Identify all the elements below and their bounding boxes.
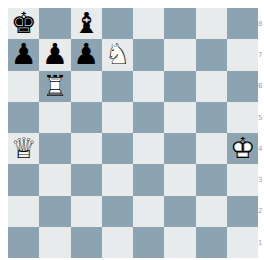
piece-black-P: ♟ [8, 39, 39, 70]
square-c2[interactable] [71, 196, 102, 227]
rank-label-6: 6 [258, 71, 264, 102]
square-c6[interactable] [71, 71, 102, 102]
square-c3[interactable] [71, 164, 102, 195]
square-d4[interactable] [102, 133, 133, 164]
square-g7[interactable] [196, 39, 227, 70]
piece-white-R: ♖ [39, 71, 70, 102]
square-a5[interactable] [8, 102, 39, 133]
square-b8[interactable] [39, 8, 70, 39]
square-f3[interactable] [164, 164, 195, 195]
square-f6[interactable] [164, 71, 195, 102]
square-c5[interactable] [71, 102, 102, 133]
square-a1[interactable] [8, 227, 39, 258]
rank-label-5: 5 [258, 102, 264, 133]
square-b5[interactable] [39, 102, 70, 133]
square-b4[interactable] [39, 133, 70, 164]
square-f2[interactable] [164, 196, 195, 227]
square-g5[interactable] [196, 102, 227, 133]
square-e8[interactable] [133, 8, 164, 39]
chessboard: ♚♝♟♟♟♞♘♜♖♛♕♚♔ [8, 8, 258, 258]
rank-labels: 87654321 [258, 8, 264, 258]
square-d5[interactable] [102, 102, 133, 133]
square-c1[interactable] [71, 227, 102, 258]
rank-label-1: 1 [258, 227, 264, 258]
square-g1[interactable] [196, 227, 227, 258]
rank-label-7: 7 [258, 39, 264, 70]
square-f1[interactable] [164, 227, 195, 258]
square-a8[interactable]: ♚ [8, 8, 39, 39]
piece-black-P: ♟ [39, 39, 70, 70]
square-e2[interactable] [133, 196, 164, 227]
piece-black-P: ♟ [71, 39, 102, 70]
square-f4[interactable] [164, 133, 195, 164]
square-g6[interactable] [196, 71, 227, 102]
square-b1[interactable] [39, 227, 70, 258]
piece-black-B: ♝ [71, 8, 102, 39]
piece-white-Q-fill: ♛ [8, 133, 39, 164]
square-a4[interactable]: ♛♕ [8, 133, 39, 164]
square-f5[interactable] [164, 102, 195, 133]
square-g8[interactable] [196, 8, 227, 39]
square-h3[interactable] [227, 164, 258, 195]
square-d1[interactable] [102, 227, 133, 258]
square-e3[interactable] [133, 164, 164, 195]
square-d8[interactable] [102, 8, 133, 39]
square-c8[interactable]: ♝ [71, 8, 102, 39]
square-d3[interactable] [102, 164, 133, 195]
square-h5[interactable] [227, 102, 258, 133]
square-g4[interactable] [196, 133, 227, 164]
square-g2[interactable] [196, 196, 227, 227]
piece-white-N-fill: ♞ [102, 39, 133, 70]
square-a3[interactable] [8, 164, 39, 195]
square-b6[interactable]: ♜♖ [39, 71, 70, 102]
rank-label-3: 3 [258, 164, 264, 195]
square-c7[interactable]: ♟ [71, 39, 102, 70]
square-c4[interactable] [71, 133, 102, 164]
square-e1[interactable] [133, 227, 164, 258]
square-h1[interactable] [227, 227, 258, 258]
piece-white-K: ♔ [227, 133, 258, 164]
rank-label-8: 8 [258, 8, 264, 39]
square-h6[interactable] [227, 71, 258, 102]
rank-label-2: 2 [258, 196, 264, 227]
square-h7[interactable] [227, 39, 258, 70]
piece-white-K-fill: ♚ [227, 133, 258, 164]
square-e4[interactable] [133, 133, 164, 164]
square-f8[interactable] [164, 8, 195, 39]
square-f7[interactable] [164, 39, 195, 70]
chessboard-wrapper: ♚♝♟♟♟♞♘♜♖♛♕♚♔ 87654321 [0, 0, 264, 260]
square-h2[interactable] [227, 196, 258, 227]
square-g3[interactable] [196, 164, 227, 195]
square-e6[interactable] [133, 71, 164, 102]
square-h4[interactable]: ♚♔ [227, 133, 258, 164]
piece-white-R-fill: ♜ [39, 71, 70, 102]
square-b3[interactable] [39, 164, 70, 195]
square-d2[interactable] [102, 196, 133, 227]
piece-white-N: ♘ [102, 39, 133, 70]
square-e5[interactable] [133, 102, 164, 133]
square-h8[interactable] [227, 8, 258, 39]
piece-white-Q: ♕ [8, 133, 39, 164]
piece-black-K: ♚ [8, 8, 39, 39]
square-a7[interactable]: ♟ [8, 39, 39, 70]
square-a2[interactable] [8, 196, 39, 227]
square-b2[interactable] [39, 196, 70, 227]
square-b7[interactable]: ♟ [39, 39, 70, 70]
square-d6[interactable] [102, 71, 133, 102]
square-a6[interactable] [8, 71, 39, 102]
square-d7[interactable]: ♞♘ [102, 39, 133, 70]
square-e7[interactable] [133, 39, 164, 70]
rank-label-4: 4 [258, 133, 264, 164]
